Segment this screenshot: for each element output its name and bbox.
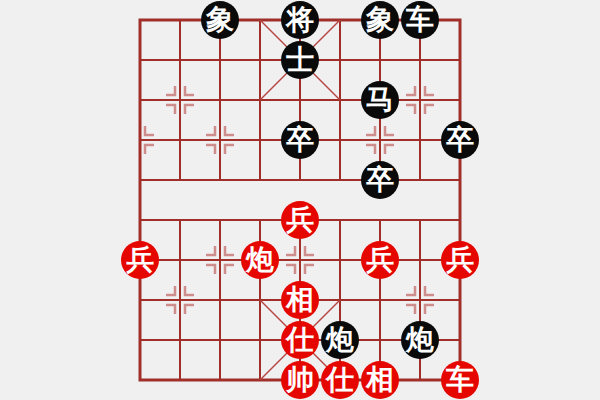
piece-black-chariot[interactable]: 车 <box>401 1 439 39</box>
piece-black-soldier[interactable]: 卒 <box>281 121 319 159</box>
point-marker <box>185 86 194 95</box>
piece-black-advisor[interactable]: 士 <box>281 41 319 79</box>
point-marker <box>206 145 215 154</box>
point-marker <box>385 145 394 154</box>
point-marker <box>206 265 215 274</box>
piece-black-cannon[interactable]: 炮 <box>321 321 359 359</box>
point-marker <box>406 286 415 295</box>
piece-red-soldier[interactable]: 兵 <box>361 241 399 279</box>
point-marker <box>425 105 434 114</box>
point-marker <box>225 246 234 255</box>
point-marker <box>206 246 215 255</box>
piece-black-soldier[interactable]: 卒 <box>361 161 399 199</box>
point-marker <box>406 305 415 314</box>
piece-red-general[interactable]: 帅 <box>281 361 319 399</box>
piece-red-soldier[interactable]: 兵 <box>121 241 159 279</box>
xiangqi-board[interactable]: 象将象车士马卒卒卒兵兵炮兵兵相仕炮炮帅仕相车 <box>0 0 600 400</box>
point-marker <box>385 126 394 135</box>
point-marker <box>305 246 314 255</box>
point-marker <box>185 305 194 314</box>
piece-black-general[interactable]: 将 <box>281 1 319 39</box>
point-marker <box>225 265 234 274</box>
piece-red-chariot[interactable]: 车 <box>441 361 479 399</box>
piece-black-horse[interactable]: 马 <box>361 81 399 119</box>
point-marker <box>366 126 375 135</box>
piece-red-advisor[interactable]: 仕 <box>281 321 319 359</box>
piece-red-elephant[interactable]: 相 <box>361 361 399 399</box>
point-marker <box>166 305 175 314</box>
point-marker <box>145 126 154 135</box>
point-marker <box>145 145 154 154</box>
point-marker <box>166 105 175 114</box>
piece-black-elephant[interactable]: 象 <box>201 1 239 39</box>
point-marker <box>225 126 234 135</box>
point-marker <box>406 105 415 114</box>
piece-red-advisor[interactable]: 仕 <box>321 361 359 399</box>
point-marker <box>286 265 295 274</box>
point-marker <box>185 105 194 114</box>
xiangqi-app: 象将象车士马卒卒卒兵兵炮兵兵相仕炮炮帅仕相车 <box>0 0 600 400</box>
point-marker <box>425 286 434 295</box>
piece-red-soldier[interactable]: 兵 <box>281 201 319 239</box>
piece-red-cannon[interactable]: 炮 <box>241 241 279 279</box>
piece-red-elephant[interactable]: 相 <box>281 281 319 319</box>
point-marker <box>166 286 175 295</box>
point-marker <box>286 246 295 255</box>
point-marker <box>425 305 434 314</box>
piece-black-cannon[interactable]: 炮 <box>401 321 439 359</box>
piece-black-elephant[interactable]: 象 <box>361 1 399 39</box>
point-marker <box>206 126 215 135</box>
point-marker <box>366 145 375 154</box>
point-marker <box>166 86 175 95</box>
point-marker <box>425 86 434 95</box>
point-marker <box>185 286 194 295</box>
point-marker <box>225 145 234 154</box>
piece-black-soldier[interactable]: 卒 <box>441 121 479 159</box>
piece-red-soldier[interactable]: 兵 <box>441 241 479 279</box>
point-marker <box>305 265 314 274</box>
point-marker <box>406 86 415 95</box>
